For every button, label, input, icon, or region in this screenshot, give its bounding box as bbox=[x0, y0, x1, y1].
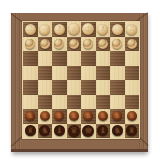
square-b3[interactable] bbox=[38, 95, 53, 110]
square-f5[interactable] bbox=[96, 66, 111, 81]
square-c5[interactable] bbox=[52, 66, 67, 81]
white-pawn-glyph-icon: ♙ bbox=[71, 40, 77, 47]
square-g2[interactable]: ♟ bbox=[110, 109, 125, 124]
piece-black-knight[interactable]: ♞ bbox=[39, 125, 50, 136]
white-knight-glyph-icon: ♘ bbox=[41, 25, 48, 33]
square-e7[interactable]: ♙ bbox=[81, 37, 96, 52]
square-b8[interactable]: ♘ bbox=[38, 22, 53, 37]
square-d1[interactable]: ♛ bbox=[67, 124, 82, 139]
piece-black-bishop[interactable]: ♝ bbox=[54, 125, 65, 136]
black-pawn-glyph-icon: ♟ bbox=[56, 112, 62, 119]
piece-black-pawn[interactable]: ♟ bbox=[83, 111, 93, 121]
piece-white-pawn[interactable]: ♙ bbox=[25, 39, 35, 49]
square-c4[interactable] bbox=[52, 80, 67, 95]
piece-black-pawn[interactable]: ♟ bbox=[25, 111, 35, 121]
black-pawn-glyph-icon: ♟ bbox=[114, 112, 120, 119]
piece-white-pawn[interactable]: ♙ bbox=[69, 39, 79, 49]
piece-black-rook[interactable]: ♜ bbox=[126, 125, 137, 136]
piece-black-king[interactable]: ♚ bbox=[82, 125, 94, 137]
piece-white-knight[interactable]: ♘ bbox=[112, 24, 123, 35]
square-e4[interactable] bbox=[81, 80, 96, 95]
white-pawn-glyph-icon: ♙ bbox=[27, 40, 33, 47]
piece-white-king[interactable]: ♔ bbox=[82, 23, 94, 35]
square-g3[interactable] bbox=[110, 95, 125, 110]
piece-white-rook[interactable]: ♖ bbox=[25, 24, 36, 35]
square-g1[interactable]: ♞ bbox=[110, 124, 125, 139]
board-frame-right bbox=[139, 13, 148, 149]
black-knight-glyph-icon: ♞ bbox=[114, 126, 121, 134]
square-h8[interactable]: ♖ bbox=[125, 22, 140, 37]
square-e1[interactable]: ♚ bbox=[81, 124, 96, 139]
black-pawn-glyph-icon: ♟ bbox=[71, 112, 77, 119]
piece-white-pawn[interactable]: ♙ bbox=[40, 39, 50, 49]
square-h5[interactable] bbox=[125, 66, 140, 81]
piece-black-bishop[interactable]: ♝ bbox=[97, 125, 108, 136]
square-h2[interactable]: ♟ bbox=[125, 109, 140, 124]
square-b6[interactable] bbox=[38, 51, 53, 66]
square-f4[interactable] bbox=[96, 80, 111, 95]
chess-board: ♖♘♗♕♔♗♘♖♙♙♙♙♙♙♙♙♟♟♟♟♟♟♟♟♜♞♝♛♚♝♞♜ bbox=[11, 13, 148, 152]
square-d2[interactable]: ♟ bbox=[67, 109, 82, 124]
square-a7[interactable]: ♙ bbox=[23, 37, 38, 52]
piece-white-knight[interactable]: ♘ bbox=[39, 24, 50, 35]
piece-black-rook[interactable]: ♜ bbox=[25, 125, 36, 136]
square-c8[interactable]: ♗ bbox=[52, 22, 67, 37]
square-f3[interactable] bbox=[96, 95, 111, 110]
square-a1[interactable]: ♜ bbox=[23, 124, 38, 139]
black-bishop-glyph-icon: ♝ bbox=[99, 126, 106, 134]
square-b1[interactable]: ♞ bbox=[38, 124, 53, 139]
white-pawn-glyph-icon: ♙ bbox=[100, 40, 106, 47]
piece-white-bishop[interactable]: ♗ bbox=[97, 24, 108, 35]
piece-white-pawn[interactable]: ♙ bbox=[54, 39, 64, 49]
square-h3[interactable] bbox=[125, 95, 140, 110]
square-d8[interactable]: ♕ bbox=[67, 22, 82, 37]
square-a8[interactable]: ♖ bbox=[23, 22, 38, 37]
square-h4[interactable] bbox=[125, 80, 140, 95]
black-bishop-glyph-icon: ♝ bbox=[56, 126, 63, 134]
piece-white-bishop[interactable]: ♗ bbox=[54, 24, 65, 35]
square-c7[interactable]: ♙ bbox=[52, 37, 67, 52]
square-g4[interactable] bbox=[110, 80, 125, 95]
board-frame-left bbox=[11, 13, 23, 149]
square-e8[interactable]: ♔ bbox=[81, 22, 96, 37]
square-a3[interactable] bbox=[23, 95, 38, 110]
square-c1[interactable]: ♝ bbox=[52, 124, 67, 139]
white-rook-glyph-icon: ♖ bbox=[27, 25, 34, 33]
square-d6[interactable] bbox=[67, 51, 82, 66]
square-g8[interactable]: ♘ bbox=[110, 22, 125, 37]
square-a4[interactable] bbox=[23, 80, 38, 95]
white-bishop-glyph-icon: ♗ bbox=[99, 25, 106, 33]
white-pawn-glyph-icon: ♙ bbox=[42, 40, 48, 47]
square-b7[interactable]: ♙ bbox=[38, 37, 53, 52]
white-pawn-glyph-icon: ♙ bbox=[85, 40, 91, 47]
square-e3[interactable] bbox=[81, 95, 96, 110]
black-pawn-glyph-icon: ♟ bbox=[100, 112, 106, 119]
square-h6[interactable] bbox=[125, 51, 140, 66]
white-pawn-glyph-icon: ♙ bbox=[114, 40, 120, 47]
white-pawn-glyph-icon: ♙ bbox=[129, 40, 135, 47]
piece-white-pawn[interactable]: ♙ bbox=[83, 39, 93, 49]
piece-black-pawn[interactable]: ♟ bbox=[112, 111, 122, 121]
black-rook-glyph-icon: ♜ bbox=[128, 126, 135, 134]
black-rook-glyph-icon: ♜ bbox=[27, 126, 34, 134]
square-f6[interactable] bbox=[96, 51, 111, 66]
white-king-glyph-icon: ♔ bbox=[84, 24, 92, 33]
square-b2[interactable]: ♟ bbox=[38, 109, 53, 124]
piece-black-pawn[interactable]: ♟ bbox=[54, 111, 64, 121]
piece-white-queen[interactable]: ♕ bbox=[68, 23, 80, 35]
piece-black-pawn[interactable]: ♟ bbox=[69, 111, 79, 121]
square-c6[interactable] bbox=[52, 51, 67, 66]
square-e2[interactable]: ♟ bbox=[81, 109, 96, 124]
square-f7[interactable]: ♙ bbox=[96, 37, 111, 52]
square-f1[interactable]: ♝ bbox=[96, 124, 111, 139]
square-d4[interactable] bbox=[67, 80, 82, 95]
square-e6[interactable] bbox=[81, 51, 96, 66]
piece-white-pawn[interactable]: ♙ bbox=[98, 39, 108, 49]
square-b4[interactable] bbox=[38, 80, 53, 95]
square-f8[interactable]: ♗ bbox=[96, 22, 111, 37]
square-d5[interactable] bbox=[67, 66, 82, 81]
piece-black-pawn[interactable]: ♟ bbox=[127, 111, 137, 121]
black-knight-glyph-icon: ♞ bbox=[41, 126, 48, 134]
piece-black-pawn[interactable]: ♟ bbox=[98, 111, 108, 121]
white-rook-glyph-icon: ♖ bbox=[128, 25, 135, 33]
piece-black-pawn[interactable]: ♟ bbox=[40, 111, 50, 121]
board-grid: ♖♘♗♕♔♗♘♖♙♙♙♙♙♙♙♙♟♟♟♟♟♟♟♟♜♞♝♛♚♝♞♜ bbox=[23, 22, 139, 138]
square-a5[interactable] bbox=[23, 66, 38, 81]
white-pawn-glyph-icon: ♙ bbox=[56, 40, 62, 47]
black-pawn-glyph-icon: ♟ bbox=[85, 112, 91, 119]
white-knight-glyph-icon: ♘ bbox=[114, 25, 121, 33]
white-bishop-glyph-icon: ♗ bbox=[56, 25, 63, 33]
square-b5[interactable] bbox=[38, 66, 53, 81]
piece-black-queen[interactable]: ♛ bbox=[68, 125, 80, 137]
black-pawn-glyph-icon: ♟ bbox=[27, 112, 33, 119]
black-pawn-glyph-icon: ♟ bbox=[129, 112, 135, 119]
square-d7[interactable]: ♙ bbox=[67, 37, 82, 52]
square-c2[interactable]: ♟ bbox=[52, 109, 67, 124]
square-a2[interactable]: ♟ bbox=[23, 109, 38, 124]
piece-white-pawn[interactable]: ♙ bbox=[127, 39, 137, 49]
square-g7[interactable]: ♙ bbox=[110, 37, 125, 52]
piece-white-rook[interactable]: ♖ bbox=[126, 24, 137, 35]
square-c3[interactable] bbox=[52, 95, 67, 110]
white-queen-glyph-icon: ♕ bbox=[70, 24, 78, 33]
piece-black-knight[interactable]: ♞ bbox=[112, 125, 123, 136]
square-h7[interactable]: ♙ bbox=[125, 37, 140, 52]
square-a6[interactable] bbox=[23, 51, 38, 66]
square-d3[interactable] bbox=[67, 95, 82, 110]
black-queen-glyph-icon: ♛ bbox=[70, 126, 78, 135]
black-king-glyph-icon: ♚ bbox=[84, 126, 92, 135]
piece-white-pawn[interactable]: ♙ bbox=[112, 39, 122, 49]
chess-set-photo: ♖♘♗♕♔♗♘♖♙♙♙♙♙♙♙♙♟♟♟♟♟♟♟♟♜♞♝♛♚♝♞♜ bbox=[0, 0, 160, 160]
square-f2[interactable]: ♟ bbox=[96, 109, 111, 124]
square-g5[interactable] bbox=[110, 66, 125, 81]
square-e5[interactable] bbox=[81, 66, 96, 81]
square-g6[interactable] bbox=[110, 51, 125, 66]
black-pawn-glyph-icon: ♟ bbox=[42, 112, 48, 119]
square-h1[interactable]: ♜ bbox=[125, 124, 140, 139]
